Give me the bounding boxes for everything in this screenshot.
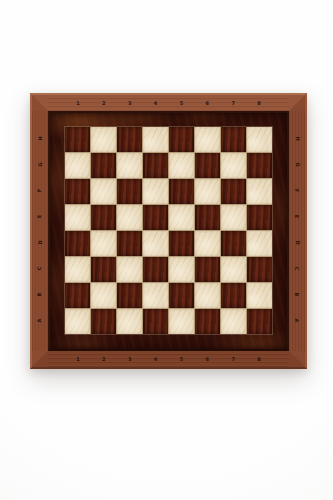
rank-coordinate-3: 3: [117, 351, 143, 367]
square-r3c7-dark: [221, 179, 246, 204]
file-coordinate-glyph: A: [295, 318, 300, 322]
square-r3c4-light: [143, 179, 168, 204]
file-coordinate-glyph: F: [37, 189, 42, 192]
square-r1c4-light: [143, 127, 168, 152]
square-r6c7-light: [221, 257, 246, 282]
rank-coordinate-glyph: 7: [231, 101, 234, 106]
right-labels: HGFEDCBA: [289, 126, 305, 333]
file-coordinate-a: A: [289, 307, 305, 333]
top-labels: 12345678: [65, 95, 272, 111]
square-r4c2-dark: [91, 205, 116, 230]
file-coordinate-glyph: F: [294, 189, 299, 192]
rank-coordinate-5: 5: [169, 351, 195, 367]
file-coordinate-h: H: [32, 126, 48, 152]
square-r8c1-light: [65, 309, 90, 334]
frame-grain-top: [48, 95, 289, 111]
file-coordinate-glyph: A: [38, 318, 43, 322]
file-coordinate-c: C: [32, 255, 48, 281]
board-grid: [65, 127, 272, 334]
rank-coordinate-6: 6: [194, 95, 220, 111]
rank-coordinate-glyph: 4: [154, 101, 157, 106]
rank-coordinate-glyph: 7: [231, 357, 234, 362]
file-coordinate-b: B: [289, 281, 305, 307]
square-r1c1-dark: [65, 127, 90, 152]
file-coordinate-glyph: E: [294, 215, 299, 218]
frame-grain-right: [289, 111, 305, 351]
frame-grain-bottom: [48, 351, 289, 367]
square-r8c6-dark: [195, 309, 220, 334]
square-r6c3-light: [117, 257, 142, 282]
square-r4c8-dark: [247, 205, 272, 230]
square-r2c4-dark: [143, 153, 168, 178]
square-r3c6-light: [195, 179, 220, 204]
file-coordinate-f: F: [289, 178, 305, 204]
file-coordinate-g: G: [289, 152, 305, 178]
square-r4c3-light: [117, 205, 142, 230]
square-r2c5-light: [169, 153, 194, 178]
square-r6c6-dark: [195, 257, 220, 282]
rank-coordinate-1: 1: [65, 351, 91, 367]
bottom-labels: 12345678: [65, 351, 272, 367]
file-coordinate-glyph: C: [37, 266, 42, 270]
rank-coordinate-glyph: 4: [154, 357, 157, 362]
square-r2c1-light: [65, 153, 90, 178]
square-r8c5-light: [169, 309, 194, 334]
square-r1c6-light: [195, 127, 220, 152]
rank-coordinate-8: 8: [246, 351, 272, 367]
rank-coordinate-glyph: 5: [180, 357, 183, 362]
square-r6c5-light: [169, 257, 194, 282]
square-r7c2-light: [91, 283, 116, 308]
rank-coordinate-4: 4: [143, 351, 169, 367]
rank-coordinate-7: 7: [220, 351, 246, 367]
file-coordinate-g: G: [32, 152, 48, 178]
file-coordinate-glyph: C: [294, 266, 299, 270]
chess-board: 12345678 12345678 HGFEDCBA HGFEDCBA: [30, 93, 307, 369]
square-r3c5-dark: [169, 179, 194, 204]
file-coordinate-glyph: D: [38, 240, 43, 244]
file-coordinate-c: C: [289, 255, 305, 281]
square-r6c1-light: [65, 257, 90, 282]
square-r3c1-dark: [65, 179, 90, 204]
square-r1c3-dark: [117, 127, 142, 152]
frame-grain-left: [32, 111, 48, 351]
rank-coordinate-glyph: 3: [128, 101, 131, 106]
square-r4c5-light: [169, 205, 194, 230]
square-r1c7-dark: [221, 127, 246, 152]
square-r7c7-dark: [221, 283, 246, 308]
rank-coordinate-7: 7: [220, 95, 246, 111]
frame-inner-lip: [48, 111, 289, 351]
rank-coordinate-glyph: 3: [128, 357, 131, 362]
square-r3c2-light: [91, 179, 116, 204]
file-coordinate-d: D: [32, 230, 48, 256]
file-coordinate-e: E: [32, 204, 48, 230]
square-r5c7-dark: [221, 231, 246, 256]
square-r4c6-dark: [195, 205, 220, 230]
rank-coordinate-glyph: 5: [180, 101, 183, 106]
square-r5c6-light: [195, 231, 220, 256]
file-coordinate-glyph: H: [295, 137, 300, 141]
square-r5c4-light: [143, 231, 168, 256]
file-coordinate-glyph: E: [37, 215, 42, 218]
square-r3c3-dark: [117, 179, 142, 204]
square-r8c8-dark: [247, 309, 272, 334]
square-r5c8-light: [247, 231, 272, 256]
square-r5c1-dark: [65, 231, 90, 256]
rank-coordinate-2: 2: [91, 351, 117, 367]
square-r2c6-dark: [195, 153, 220, 178]
square-r6c4-dark: [143, 257, 168, 282]
file-coordinate-glyph: B: [38, 292, 43, 296]
file-coordinate-glyph: G: [294, 163, 299, 167]
square-r5c3-dark: [117, 231, 142, 256]
rank-coordinate-8: 8: [246, 95, 272, 111]
square-r6c2-dark: [91, 257, 116, 282]
left-labels: HGFEDCBA: [32, 126, 48, 333]
photo-background: 12345678 12345678 HGFEDCBA HGFEDCBA: [0, 0, 333, 500]
rank-coordinate-glyph: 6: [206, 357, 209, 362]
square-r1c8-light: [247, 127, 272, 152]
square-r4c7-light: [221, 205, 246, 230]
rank-coordinate-1: 1: [65, 95, 91, 111]
square-r1c2-light: [91, 127, 116, 152]
square-r8c4-dark: [143, 309, 168, 334]
rank-coordinate-5: 5: [169, 95, 195, 111]
rank-coordinate-3: 3: [117, 95, 143, 111]
rank-coordinate-glyph: 8: [257, 357, 260, 362]
square-r2c3-light: [117, 153, 142, 178]
square-r7c8-light: [247, 283, 272, 308]
file-coordinate-b: B: [32, 281, 48, 307]
rank-coordinate-6: 6: [194, 351, 220, 367]
square-r5c5-dark: [169, 231, 194, 256]
square-r1c5-dark: [169, 127, 194, 152]
square-r7c1-dark: [65, 283, 90, 308]
file-coordinate-glyph: B: [295, 292, 300, 296]
rank-coordinate-glyph: 8: [257, 101, 260, 106]
square-r2c2-dark: [91, 153, 116, 178]
rank-coordinate-2: 2: [91, 95, 117, 111]
square-r7c3-dark: [117, 283, 142, 308]
file-coordinate-glyph: H: [38, 137, 43, 141]
square-r8c7-light: [221, 309, 246, 334]
square-r2c7-light: [221, 153, 246, 178]
square-r2c8-dark: [247, 153, 272, 178]
rank-coordinate-glyph: 1: [76, 101, 79, 106]
square-r4c4-dark: [143, 205, 168, 230]
file-coordinate-f: F: [32, 178, 48, 204]
square-r7c5-dark: [169, 283, 194, 308]
square-r8c2-dark: [91, 309, 116, 334]
file-coordinate-glyph: G: [37, 163, 42, 167]
wooden-frame: 12345678 12345678 HGFEDCBA HGFEDCBA: [32, 95, 305, 367]
square-r5c2-light: [91, 231, 116, 256]
square-r4c1-light: [65, 205, 90, 230]
file-coordinate-a: A: [32, 307, 48, 333]
file-coordinate-glyph: D: [295, 240, 300, 244]
square-r7c4-light: [143, 283, 168, 308]
file-coordinate-d: D: [289, 230, 305, 256]
rank-coordinate-glyph: 2: [102, 357, 105, 362]
square-r7c6-light: [195, 283, 220, 308]
rank-coordinate-4: 4: [143, 95, 169, 111]
square-r6c8-dark: [247, 257, 272, 282]
file-coordinate-h: H: [289, 126, 305, 152]
square-r8c3-light: [117, 309, 142, 334]
file-coordinate-e: E: [289, 204, 305, 230]
square-r3c8-light: [247, 179, 272, 204]
rank-coordinate-glyph: 1: [76, 357, 79, 362]
rank-coordinate-glyph: 2: [102, 101, 105, 106]
rank-coordinate-glyph: 6: [206, 101, 209, 106]
marble-border: [50, 113, 287, 349]
